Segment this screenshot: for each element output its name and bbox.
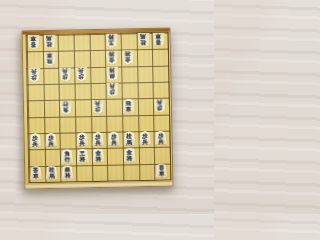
piece-kanji: 歩兵: [110, 84, 116, 96]
shogi-piece-sente-pawn: 歩兵: [91, 132, 104, 146]
shogi-piece-gote-king: 玉将: [105, 33, 118, 47]
shogi-piece-sente-lance: 香車: [155, 163, 168, 177]
shogi-piece-sente-pawn: 歩兵: [138, 131, 151, 145]
piece-kanji: 金将: [125, 51, 131, 63]
shogi-piece-gote-knight: 桂馬: [43, 35, 56, 49]
shogi-piece-sente-pawn: 歩兵: [29, 133, 42, 147]
shogi-board: 香車桂馬玉将桂馬香車飛車金将金将歩兵歩兵歩兵銀将歩兵角行歩兵歩兵飛車歩兵歩兵歩兵…: [21, 28, 173, 190]
piece-kanji: 桂馬: [49, 167, 55, 179]
shogi-piece-gote-pawn: 歩兵: [153, 98, 166, 112]
piece-kanji: 歩兵: [95, 100, 101, 112]
piece-kanji: 歩兵: [80, 133, 86, 145]
shogi-piece-gote-pawn: 歩兵: [106, 82, 119, 96]
piece-kanji: 飛車: [126, 100, 132, 112]
piece-kanji: 金将: [127, 149, 133, 161]
shogi-piece-gote-lance: 香車: [152, 33, 165, 47]
piece-kanji: 歩兵: [48, 134, 54, 146]
shogi-piece-sente-pawn: 歩兵: [76, 132, 89, 146]
piece-kanji: 歩兵: [142, 132, 148, 144]
piece-kanji: 歩兵: [95, 133, 101, 145]
shogi-piece-gote-silver: 銀将: [106, 66, 119, 80]
piece-kanji: 金将: [109, 51, 115, 63]
shogi-piece-sente-pawn: 歩兵: [107, 131, 120, 145]
piece-kanji: 桂馬: [46, 36, 52, 48]
piece-kanji: 香車: [33, 167, 39, 179]
shogi-piece-sente-king: 王将: [76, 148, 89, 162]
piece-kanji: 香車: [159, 164, 165, 176]
shogi-piece-gote-knight: 桂馬: [137, 33, 150, 47]
piece-kanji: 桂馬: [127, 132, 133, 144]
piece-kanji: 歩兵: [78, 68, 84, 80]
piece-kanji: 歩兵: [111, 133, 117, 145]
shogi-piece-sente-gold: 金将: [123, 147, 136, 161]
table-surface-photo: { "game": "shogi", "scene": { "descripti…: [0, 0, 214, 214]
piece-kanji: 歩兵: [33, 134, 39, 146]
shogi-piece-sente-knight: 桂馬: [45, 165, 58, 179]
shogi-piece-gote-pawn: 歩兵: [75, 67, 88, 81]
shogi-piece-gote-lance: 香車: [27, 35, 40, 49]
shogi-piece-sente-bishop: 角行: [60, 149, 73, 163]
piece-kanji: 角行: [64, 150, 70, 162]
piece-kanji: 銀将: [65, 166, 71, 178]
shogi-piece-gote-gold: 金将: [121, 50, 134, 64]
piece-kanji: 角行: [63, 101, 69, 113]
pieces-layer: 香車桂馬玉将桂馬香車飛車金将金将歩兵歩兵歩兵銀将歩兵角行歩兵歩兵飛車歩兵歩兵歩兵…: [26, 32, 170, 182]
piece-kanji: 銀将: [110, 67, 116, 79]
piece-kanji: 香車: [156, 34, 162, 46]
piece-kanji: 歩兵: [31, 69, 37, 81]
piece-kanji: 王将: [80, 150, 86, 162]
piece-kanji: 桂馬: [140, 34, 146, 46]
shogi-piece-gote-gold: 金将: [106, 50, 119, 64]
shogi-piece-sente-gold: 金将: [92, 148, 105, 162]
shogi-piece-sente-knight: 桂馬: [123, 131, 136, 145]
shogi-piece-gote-pawn: 歩兵: [28, 68, 41, 82]
piece-kanji: 金将: [96, 149, 102, 161]
shogi-piece-sente-lance: 香車: [29, 166, 42, 180]
shogi-piece-gote-rook: 飛車: [43, 51, 56, 65]
piece-kanji: 玉将: [109, 35, 115, 47]
shogi-piece-gote-pawn: 歩兵: [59, 67, 72, 81]
shogi-piece-gote-bishop: 角行: [59, 100, 72, 114]
piece-kanji: 歩兵: [157, 99, 163, 111]
piece-kanji: 歩兵: [63, 68, 69, 80]
shogi-piece-sente-pawn: 歩兵: [154, 131, 167, 145]
shogi-piece-sente-pawn: 歩兵: [44, 133, 57, 147]
piece-kanji: 香車: [31, 36, 37, 48]
piece-kanji: 飛車: [47, 52, 53, 64]
shogi-piece-sente-silver: 銀将: [61, 165, 74, 179]
shogi-piece-sente-rook: 飛車: [122, 98, 135, 112]
piece-kanji: 歩兵: [158, 132, 164, 144]
shogi-piece-gote-pawn: 歩兵: [91, 99, 104, 113]
